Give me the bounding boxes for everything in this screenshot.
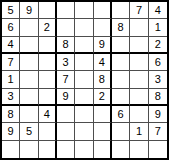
cell-r5c9[interactable]: 3 bbox=[149, 71, 167, 88]
cell-r9c1[interactable] bbox=[2, 141, 20, 158]
cell-r6c9[interactable]: 8 bbox=[149, 89, 167, 106]
cell-r8c7[interactable] bbox=[112, 123, 130, 140]
cell-r3c9[interactable]: 2 bbox=[149, 37, 167, 54]
cell-r5c7[interactable] bbox=[112, 71, 130, 88]
cell-r3c1[interactable]: 4 bbox=[2, 37, 20, 54]
cell-r7c4[interactable] bbox=[57, 106, 75, 123]
cell-r8c6[interactable] bbox=[94, 123, 112, 140]
cell-r6c1[interactable]: 3 bbox=[2, 89, 20, 106]
cell-r7c6[interactable] bbox=[94, 106, 112, 123]
sudoku-board: 59746281489273461783392884699517 bbox=[0, 0, 169, 160]
cell-r9c9[interactable] bbox=[149, 141, 167, 158]
cell-r8c2[interactable]: 5 bbox=[20, 123, 38, 140]
cell-r1c9[interactable]: 4 bbox=[149, 2, 167, 19]
cell-r2c9[interactable]: 1 bbox=[149, 19, 167, 36]
cell-r2c3[interactable]: 2 bbox=[39, 19, 57, 36]
cell-r9c7[interactable] bbox=[112, 141, 130, 158]
cell-r2c4[interactable] bbox=[57, 19, 75, 36]
cell-r8c4[interactable] bbox=[57, 123, 75, 140]
cell-r5c3[interactable] bbox=[39, 71, 57, 88]
cell-r9c4[interactable] bbox=[57, 141, 75, 158]
cell-r8c8[interactable]: 1 bbox=[130, 123, 148, 140]
cell-r8c9[interactable]: 7 bbox=[149, 123, 167, 140]
cell-r6c2[interactable] bbox=[20, 89, 38, 106]
cell-r3c3[interactable] bbox=[39, 37, 57, 54]
cell-r6c5[interactable] bbox=[75, 89, 93, 106]
cell-r7c8[interactable] bbox=[130, 106, 148, 123]
cell-r7c9[interactable]: 9 bbox=[149, 106, 167, 123]
cell-r9c3[interactable] bbox=[39, 141, 57, 158]
cell-r8c1[interactable]: 9 bbox=[2, 123, 20, 140]
cell-r9c8[interactable] bbox=[130, 141, 148, 158]
cell-r3c2[interactable] bbox=[20, 37, 38, 54]
cell-r4c6[interactable]: 4 bbox=[94, 54, 112, 71]
cell-r1c4[interactable] bbox=[57, 2, 75, 19]
cell-r2c8[interactable] bbox=[130, 19, 148, 36]
cell-r7c1[interactable]: 8 bbox=[2, 106, 20, 123]
cell-r4c9[interactable]: 6 bbox=[149, 54, 167, 71]
cell-r7c3[interactable]: 4 bbox=[39, 106, 57, 123]
cell-r5c4[interactable]: 7 bbox=[57, 71, 75, 88]
cell-r9c5[interactable] bbox=[75, 141, 93, 158]
cell-r4c4[interactable]: 3 bbox=[57, 54, 75, 71]
cell-r7c5[interactable] bbox=[75, 106, 93, 123]
cell-r1c5[interactable] bbox=[75, 2, 93, 19]
cell-r1c6[interactable] bbox=[94, 2, 112, 19]
cell-r2c5[interactable] bbox=[75, 19, 93, 36]
cell-r7c2[interactable] bbox=[20, 106, 38, 123]
cell-r1c3[interactable] bbox=[39, 2, 57, 19]
cell-r1c1[interactable]: 5 bbox=[2, 2, 20, 19]
cell-r5c6[interactable]: 8 bbox=[94, 71, 112, 88]
cell-r1c8[interactable]: 7 bbox=[130, 2, 148, 19]
cell-r6c7[interactable] bbox=[112, 89, 130, 106]
cell-r3c6[interactable]: 9 bbox=[94, 37, 112, 54]
cell-r6c3[interactable] bbox=[39, 89, 57, 106]
cell-r4c5[interactable] bbox=[75, 54, 93, 71]
cell-r5c8[interactable] bbox=[130, 71, 148, 88]
cell-r3c7[interactable] bbox=[112, 37, 130, 54]
cell-r4c3[interactable] bbox=[39, 54, 57, 71]
cell-r6c8[interactable] bbox=[130, 89, 148, 106]
cell-r3c4[interactable]: 8 bbox=[57, 37, 75, 54]
cell-r1c7[interactable] bbox=[112, 2, 130, 19]
cell-r2c7[interactable]: 8 bbox=[112, 19, 130, 36]
cell-r4c8[interactable] bbox=[130, 54, 148, 71]
cell-r2c2[interactable] bbox=[20, 19, 38, 36]
cell-r6c4[interactable]: 9 bbox=[57, 89, 75, 106]
cell-r4c2[interactable] bbox=[20, 54, 38, 71]
cell-r2c6[interactable] bbox=[94, 19, 112, 36]
cell-r5c1[interactable]: 1 bbox=[2, 71, 20, 88]
cell-r8c3[interactable] bbox=[39, 123, 57, 140]
cell-r4c7[interactable] bbox=[112, 54, 130, 71]
cell-r1c2[interactable]: 9 bbox=[20, 2, 38, 19]
cell-r5c2[interactable] bbox=[20, 71, 38, 88]
cell-r4c1[interactable]: 7 bbox=[2, 54, 20, 71]
cell-r2c1[interactable]: 6 bbox=[2, 19, 20, 36]
cell-r6c6[interactable]: 2 bbox=[94, 89, 112, 106]
cell-r3c8[interactable] bbox=[130, 37, 148, 54]
cell-r9c6[interactable] bbox=[94, 141, 112, 158]
cell-r9c2[interactable] bbox=[20, 141, 38, 158]
cell-r7c7[interactable]: 6 bbox=[112, 106, 130, 123]
cell-r5c5[interactable] bbox=[75, 71, 93, 88]
cell-r8c5[interactable] bbox=[75, 123, 93, 140]
cell-r3c5[interactable] bbox=[75, 37, 93, 54]
